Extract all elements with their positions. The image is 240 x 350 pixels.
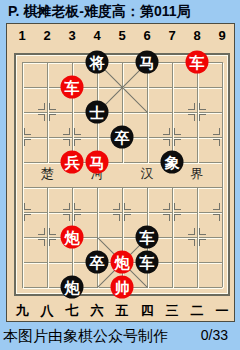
piece-black[interactable]: 车 <box>136 226 159 249</box>
marker-corner <box>74 139 81 146</box>
piece-black[interactable]: 马 <box>136 51 159 74</box>
file-label-top: 7 <box>162 28 182 43</box>
marker-corner <box>74 128 81 135</box>
file-label-bottom: 七 <box>62 302 82 320</box>
marker-corner <box>174 128 181 135</box>
point-marker <box>213 203 231 221</box>
grid-line <box>172 187 173 287</box>
marker-corner <box>174 139 181 146</box>
file-label-top: 1 <box>12 28 32 43</box>
file-label-bottom: 六 <box>87 302 107 320</box>
point-marker <box>38 228 56 246</box>
file-label-bottom: 八 <box>37 302 57 320</box>
marker-corner <box>74 203 81 210</box>
piece-black[interactable]: 炮 <box>61 276 84 299</box>
marker-corner <box>38 239 45 246</box>
footer-bar: 本图片由象棋公众号制作 0/33 <box>0 322 240 350</box>
board-panel: 楚河汉界123456789九八七六五四三二一将马车车士卒兵马象炮车卒炮车炮帅 <box>6 23 235 322</box>
grid-line <box>22 62 23 287</box>
marker-corner <box>113 203 120 210</box>
marker-corner <box>163 139 170 146</box>
marker-corner <box>213 214 220 221</box>
marker-corner <box>174 214 181 221</box>
marker-corner <box>74 214 81 221</box>
marker-corner <box>63 203 70 210</box>
marker-corner <box>38 114 45 121</box>
piece-black[interactable]: 卒 <box>86 251 109 274</box>
file-label-top: 9 <box>212 28 232 43</box>
marker-corner <box>188 103 195 110</box>
marker-corner <box>188 239 195 246</box>
marker-corner <box>199 239 206 246</box>
piece-red[interactable]: 马 <box>86 151 109 174</box>
point-marker <box>163 203 181 221</box>
marker-corner <box>38 228 45 235</box>
marker-corner <box>199 228 206 235</box>
piece-black[interactable]: 卒 <box>111 126 134 149</box>
piece-black[interactable]: 将 <box>86 51 109 74</box>
point-marker <box>188 103 206 121</box>
piece-red[interactable]: 车 <box>61 76 84 99</box>
grid-line <box>222 62 223 287</box>
marker-corner <box>188 114 195 121</box>
point-marker <box>188 228 206 246</box>
marker-corner <box>124 203 131 210</box>
point-marker <box>13 203 31 221</box>
marker-corner <box>163 214 170 221</box>
marker-corner <box>24 139 31 146</box>
marker-corner <box>49 103 56 110</box>
piece-black[interactable]: 车 <box>136 251 159 274</box>
marker-corner <box>174 203 181 210</box>
piece-black[interactable]: 士 <box>86 101 109 124</box>
marker-corner <box>49 114 56 121</box>
marker-corner <box>188 228 195 235</box>
point-marker <box>38 103 56 121</box>
file-label-bottom: 一 <box>212 302 232 320</box>
marker-corner <box>63 139 70 146</box>
file-label-bottom: 二 <box>187 302 207 320</box>
file-label-top: 3 <box>62 28 82 43</box>
piece-black[interactable]: 象 <box>161 151 184 174</box>
marker-corner <box>199 114 206 121</box>
marker-corner <box>163 128 170 135</box>
move-counter: 0/33 <box>201 322 228 349</box>
point-marker <box>213 128 231 146</box>
file-label-top: 2 <box>37 28 57 43</box>
marker-corner <box>49 239 56 246</box>
grid-line <box>22 162 222 163</box>
marker-corner <box>199 103 206 110</box>
file-label-top: 5 <box>112 28 132 43</box>
marker-corner <box>124 214 131 221</box>
marker-corner <box>24 214 31 221</box>
marker-corner <box>63 128 70 135</box>
marker-corner <box>38 103 45 110</box>
point-marker <box>163 128 181 146</box>
piece-red[interactable]: 兵 <box>61 151 84 174</box>
file-label-bottom: 九 <box>12 302 32 320</box>
file-label-top: 4 <box>87 28 107 43</box>
marker-corner <box>24 203 31 210</box>
marker-corner <box>113 214 120 221</box>
marker-corner <box>49 228 56 235</box>
piece-red[interactable]: 帅 <box>111 276 134 299</box>
river-label: 汉 <box>138 165 156 183</box>
file-label-top: 8 <box>187 28 207 43</box>
marker-corner <box>24 128 31 135</box>
footer-credit: 本图片由象棋公众号制作 <box>3 322 168 349</box>
file-label-bottom: 五 <box>112 302 132 320</box>
river-label: 界 <box>188 165 206 183</box>
piece-red[interactable]: 炮 <box>111 251 134 274</box>
point-marker <box>113 203 131 221</box>
grid-line <box>172 62 173 162</box>
point-marker <box>63 203 81 221</box>
marker-corner <box>63 214 70 221</box>
piece-red[interactable]: 炮 <box>61 226 84 249</box>
marker-corner <box>213 128 220 135</box>
file-label-bottom: 四 <box>137 302 157 320</box>
marker-corner <box>163 203 170 210</box>
point-marker <box>63 128 81 146</box>
file-label-bottom: 三 <box>162 302 182 320</box>
point-marker <box>13 128 31 146</box>
page-title: P. 棋摊老板-难度高：第011局 <box>8 3 238 21</box>
piece-red[interactable]: 车 <box>186 51 209 74</box>
file-label-top: 6 <box>137 28 157 43</box>
marker-corner <box>213 203 220 210</box>
marker-corner <box>213 139 220 146</box>
river-label: 楚 <box>38 165 56 183</box>
